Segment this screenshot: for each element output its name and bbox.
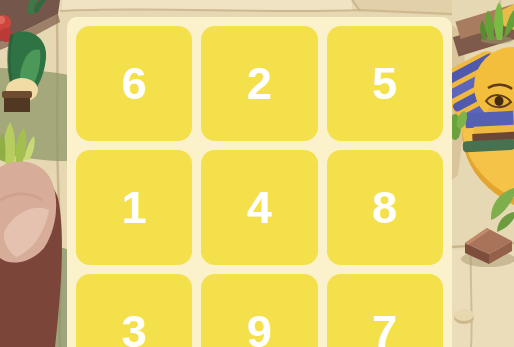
tile-r1c3[interactable]: 5 <box>327 26 443 141</box>
tile-number: 3 <box>122 309 147 347</box>
tile-r2c2[interactable]: 4 <box>201 150 317 265</box>
tile-r3c1[interactable]: 3 <box>76 274 192 347</box>
rock-icon <box>0 162 62 347</box>
tile-number: 4 <box>247 185 272 230</box>
tile-r1c2[interactable]: 2 <box>201 26 317 141</box>
tile-r2c1[interactable]: 1 <box>76 150 192 265</box>
tile-number: 8 <box>372 185 397 230</box>
tile-number: 7 <box>372 309 397 347</box>
tile-number: 5 <box>372 61 397 106</box>
tile-r3c2[interactable]: 9 <box>201 274 317 347</box>
tile-r3c3[interactable]: 7 <box>327 274 443 347</box>
plant-pot-icon <box>2 91 32 112</box>
tile-number: 2 <box>247 61 272 106</box>
tile-number: 9 <box>247 309 272 347</box>
puzzle-board: 6 2 5 1 4 8 3 9 7 <box>67 17 452 347</box>
game-screen: 6 2 5 1 4 8 3 9 7 <box>0 0 514 347</box>
tile-r2c3[interactable]: 8 <box>327 150 443 265</box>
tile-number: 1 <box>122 185 147 230</box>
tile-number: 6 <box>122 61 147 106</box>
tile-r1c1[interactable]: 6 <box>76 26 192 141</box>
pebble-icon <box>454 309 474 324</box>
